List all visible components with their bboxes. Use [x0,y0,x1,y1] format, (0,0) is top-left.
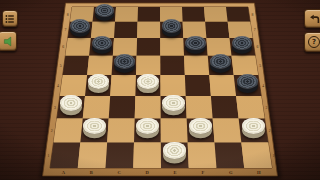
square-b5 [87,56,113,75]
square-h1 [241,142,272,168]
square-b1 [78,142,107,168]
checker-light-d2[interactable] [136,118,159,134]
square-e4 [160,75,185,96]
rank-label-left-4: 4 [57,84,59,88]
square-f3 [186,96,213,118]
question-mark-icon: ? [308,36,320,48]
square-g7[interactable] [205,22,229,38]
square-c6 [113,38,137,56]
square-c3[interactable] [109,96,136,118]
square-g3[interactable] [211,96,239,118]
rank-label-right-1: 1 [273,154,275,158]
rank-label-left-6: 6 [62,45,64,49]
checker-light-e3[interactable] [162,95,184,111]
square-g6 [206,38,231,56]
checker-light-d4[interactable] [137,74,159,89]
rank-label-left-3: 3 [54,106,56,110]
rank-label-right-4: 4 [262,84,264,88]
checkers-board: ABCDEFGH8877665544332211 [0,0,320,180]
rank-label-right-3: 3 [265,106,267,110]
rank-label-right-2: 2 [269,129,271,133]
square-c1[interactable] [106,142,135,168]
rank-label-right-5: 5 [259,64,261,68]
square-g8 [204,7,228,22]
square-g1[interactable] [215,142,245,168]
rank-label-right-7: 7 [254,28,256,32]
square-a6 [65,38,91,56]
rank-label-left-1: 1 [47,154,49,158]
square-c2 [107,118,135,142]
undo-button[interactable] [304,9,320,28]
file-label-h: H [257,170,261,175]
file-label-e: E [173,170,176,175]
file-label-g: G [229,170,233,175]
square-g2 [213,118,242,142]
checker-light-a3[interactable] [60,95,82,111]
speaker-icon [3,36,13,47]
checker-dark-f6[interactable] [185,36,205,50]
square-a2 [53,118,82,142]
square-c8 [115,7,138,22]
square-g4 [209,75,236,96]
rank-label-left-8: 8 [67,13,69,17]
square-a1[interactable] [50,142,80,168]
square-d1 [133,142,161,168]
checkers-app: ABCDEFGH8877665544332211 ? [0,0,320,180]
square-f1 [188,142,217,168]
sound-button[interactable] [0,31,17,51]
checker-light-b4[interactable] [88,74,110,89]
square-h8[interactable] [226,7,250,22]
checker-light-f2[interactable] [189,118,212,134]
square-d8[interactable] [138,7,161,22]
square-f4[interactable] [185,75,211,96]
square-a5[interactable] [63,56,89,75]
menu-button[interactable] [2,10,18,27]
square-c7[interactable] [114,22,138,38]
menu-list-icon [5,14,15,24]
square-e2 [161,118,188,142]
rank-label-left-5: 5 [60,64,62,68]
checker-dark-b6[interactable] [92,36,112,50]
square-c4 [110,75,136,96]
square-d7 [137,22,160,38]
square-e5[interactable] [160,56,185,75]
rank-label-right-6: 6 [256,45,258,49]
square-d3 [135,96,161,118]
square-d5 [136,56,160,75]
square-h3 [236,96,265,118]
square-f5 [184,56,209,75]
square-b3 [83,96,110,118]
file-label-b: B [90,170,93,175]
checker-light-h2[interactable] [242,118,265,134]
rank-label-left-2: 2 [51,129,53,133]
square-e6 [160,38,184,56]
undo-arrow-icon [309,14,320,24]
square-f8[interactable] [182,7,205,22]
checker-dark-g5[interactable] [210,54,231,69]
checker-dark-c5[interactable] [114,54,135,69]
rank-label-left-7: 7 [65,28,67,32]
help-button[interactable]: ? [304,32,320,52]
file-label-f: F [201,170,204,175]
checker-dark-h4[interactable] [237,74,259,89]
square-d6[interactable] [137,38,161,56]
file-label-c: C [117,170,120,175]
rank-label-right-8: 8 [252,13,254,17]
square-h5 [232,56,259,75]
square-a4 [60,75,87,96]
